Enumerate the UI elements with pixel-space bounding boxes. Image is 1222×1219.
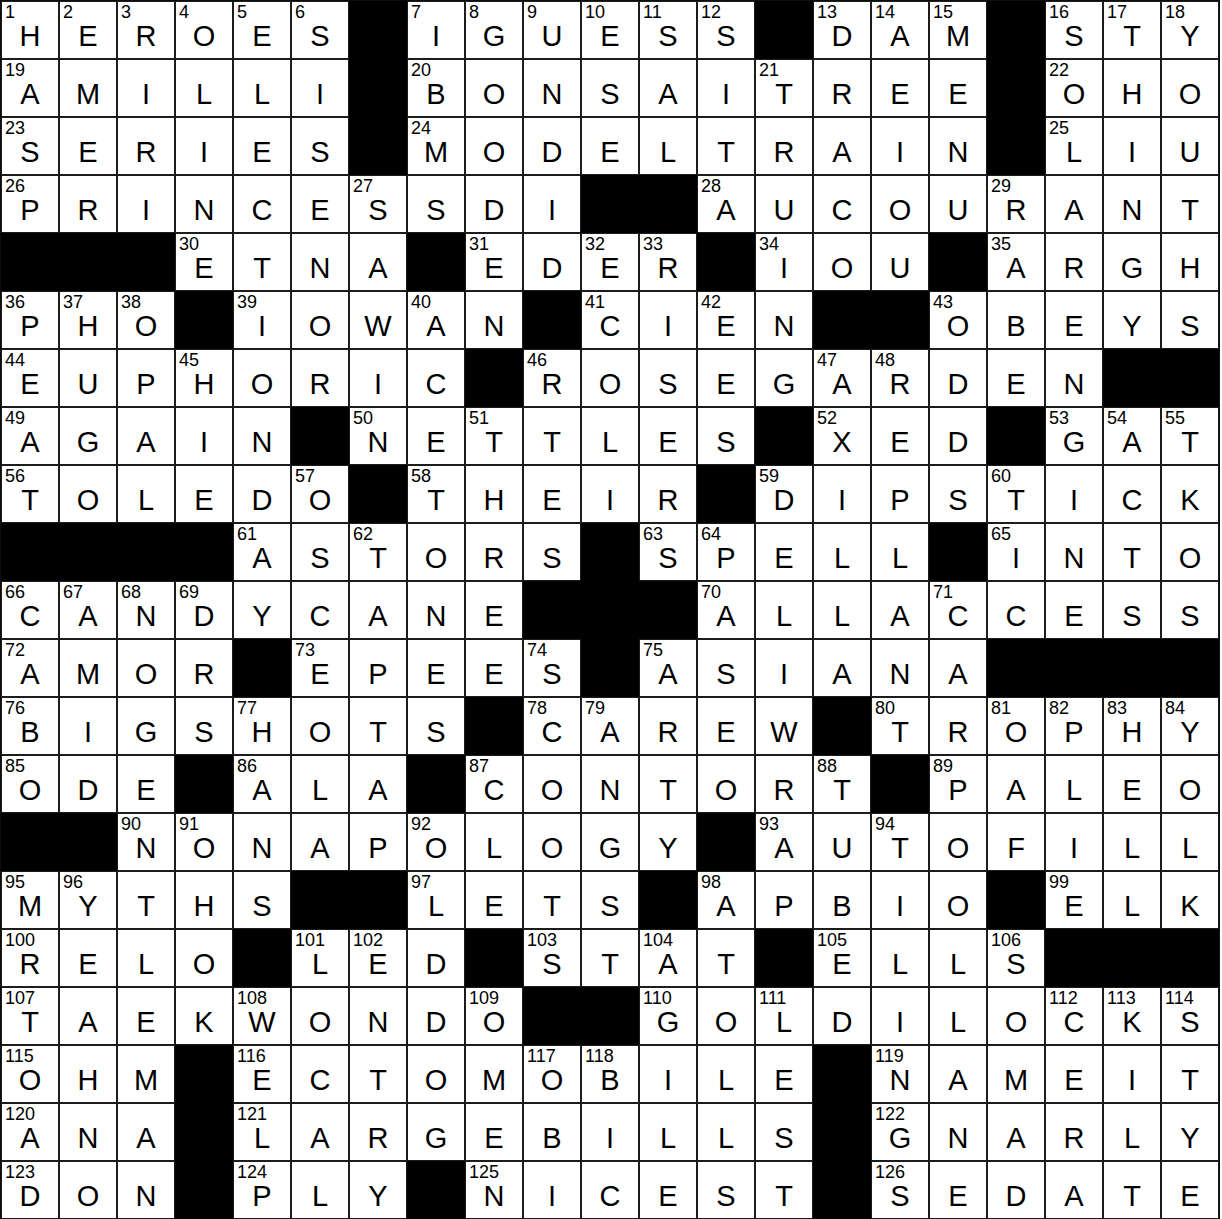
cell-r2c3[interactable]: I bbox=[117, 59, 175, 117]
cell-r16c1[interactable]: 95M bbox=[1, 871, 59, 929]
cell-r7c4[interactable]: 45H bbox=[175, 349, 233, 407]
cell-r21c7[interactable]: Y bbox=[349, 1161, 407, 1219]
cell-r18c15[interactable]: D bbox=[813, 987, 871, 1045]
cell-r13c21[interactable]: 84Y bbox=[1161, 697, 1219, 755]
cell-r4c18[interactable]: 29R bbox=[987, 175, 1045, 233]
cell-r5c10[interactable]: D bbox=[523, 233, 581, 291]
cell-r5c20[interactable]: G bbox=[1103, 233, 1161, 291]
cell-r4c8[interactable]: S bbox=[407, 175, 465, 233]
cell-r3c20[interactable]: I bbox=[1103, 117, 1161, 175]
cell-r6c9[interactable]: N bbox=[465, 291, 523, 349]
cell-r6c5[interactable]: 39I bbox=[233, 291, 291, 349]
cell-r10c6[interactable]: S bbox=[291, 523, 349, 581]
cell-r11c4[interactable]: 69D bbox=[175, 581, 233, 639]
cell-r12c1[interactable]: 72A bbox=[1, 639, 59, 697]
cell-r16c4[interactable]: H bbox=[175, 871, 233, 929]
cell-r4c3[interactable]: I bbox=[117, 175, 175, 233]
cell-r12c7[interactable]: P bbox=[349, 639, 407, 697]
cell-r20c13[interactable]: L bbox=[697, 1103, 755, 1161]
cell-r21c21[interactable]: E bbox=[1161, 1161, 1219, 1219]
cell-r5c14[interactable]: 34I bbox=[755, 233, 813, 291]
cell-r15c4[interactable]: 91O bbox=[175, 813, 233, 871]
cell-r8c2[interactable]: G bbox=[59, 407, 117, 465]
cell-r9c3[interactable]: L bbox=[117, 465, 175, 523]
cell-r15c17[interactable]: O bbox=[929, 813, 987, 871]
cell-r15c11[interactable]: G bbox=[581, 813, 639, 871]
cell-r11c6[interactable]: C bbox=[291, 581, 349, 639]
cell-r15c19[interactable]: I bbox=[1045, 813, 1103, 871]
cell-r4c1[interactable]: 26P bbox=[1, 175, 59, 233]
cell-r9c19[interactable]: I bbox=[1045, 465, 1103, 523]
cell-r10c16[interactable]: L bbox=[871, 523, 929, 581]
cell-r19c2[interactable]: H bbox=[59, 1045, 117, 1103]
cell-r15c6[interactable]: A bbox=[291, 813, 349, 871]
cell-r3c9[interactable]: O bbox=[465, 117, 523, 175]
cell-r8c12[interactable]: E bbox=[639, 407, 697, 465]
cell-r13c1[interactable]: 76B bbox=[1, 697, 59, 755]
cell-r9c1[interactable]: 56T bbox=[1, 465, 59, 523]
cell-r17c6[interactable]: 101L bbox=[291, 929, 349, 987]
cell-r16c17[interactable]: O bbox=[929, 871, 987, 929]
cell-r13c13[interactable]: E bbox=[697, 697, 755, 755]
cell-r10c9[interactable]: R bbox=[465, 523, 523, 581]
cell-r1c1[interactable]: 1H bbox=[1, 1, 59, 59]
cell-r5c19[interactable]: R bbox=[1045, 233, 1103, 291]
cell-r19c3[interactable]: M bbox=[117, 1045, 175, 1103]
cell-r20c20[interactable]: L bbox=[1103, 1103, 1161, 1161]
cell-r15c10[interactable]: O bbox=[523, 813, 581, 871]
cell-r4c2[interactable]: R bbox=[59, 175, 117, 233]
cell-r4c14[interactable]: U bbox=[755, 175, 813, 233]
cell-r2c11[interactable]: S bbox=[581, 59, 639, 117]
cell-r11c15[interactable]: L bbox=[813, 581, 871, 639]
cell-r8c10[interactable]: T bbox=[523, 407, 581, 465]
cell-r2c2[interactable]: M bbox=[59, 59, 117, 117]
cell-r8c21[interactable]: 55T bbox=[1161, 407, 1219, 465]
cell-r4c7[interactable]: 27S bbox=[349, 175, 407, 233]
cell-r2c20[interactable]: H bbox=[1103, 59, 1161, 117]
cell-r16c14[interactable]: P bbox=[755, 871, 813, 929]
cell-r14c17[interactable]: 89P bbox=[929, 755, 987, 813]
cell-r11c18[interactable]: C bbox=[987, 581, 1045, 639]
cell-r12c8[interactable]: E bbox=[407, 639, 465, 697]
cell-r11c3[interactable]: 68N bbox=[117, 581, 175, 639]
cell-r7c8[interactable]: C bbox=[407, 349, 465, 407]
cell-r20c14[interactable]: S bbox=[755, 1103, 813, 1161]
cell-r18c14[interactable]: 111L bbox=[755, 987, 813, 1045]
cell-r16c15[interactable]: B bbox=[813, 871, 871, 929]
cell-r2c21[interactable]: O bbox=[1161, 59, 1219, 117]
cell-r7c16[interactable]: 48R bbox=[871, 349, 929, 407]
cell-r20c7[interactable]: R bbox=[349, 1103, 407, 1161]
cell-r1c21[interactable]: 18Y bbox=[1161, 1, 1219, 59]
cell-r1c4[interactable]: 4O bbox=[175, 1, 233, 59]
cell-r5c11[interactable]: 32E bbox=[581, 233, 639, 291]
cell-r6c11[interactable]: 41C bbox=[581, 291, 639, 349]
cell-r5c4[interactable]: 30E bbox=[175, 233, 233, 291]
cell-r16c10[interactable]: T bbox=[523, 871, 581, 929]
cell-r8c3[interactable]: A bbox=[117, 407, 175, 465]
cell-r7c11[interactable]: O bbox=[581, 349, 639, 407]
cell-r17c11[interactable]: T bbox=[581, 929, 639, 987]
cell-r18c8[interactable]: D bbox=[407, 987, 465, 1045]
cell-r20c1[interactable]: 120A bbox=[1, 1103, 59, 1161]
cell-r7c18[interactable]: E bbox=[987, 349, 1045, 407]
cell-r6c2[interactable]: 37H bbox=[59, 291, 117, 349]
cell-r3c14[interactable]: R bbox=[755, 117, 813, 175]
cell-r3c10[interactable]: D bbox=[523, 117, 581, 175]
cell-r11c14[interactable]: L bbox=[755, 581, 813, 639]
cell-r8c11[interactable]: L bbox=[581, 407, 639, 465]
cell-r14c7[interactable]: A bbox=[349, 755, 407, 813]
cell-r12c15[interactable]: A bbox=[813, 639, 871, 697]
cell-r21c17[interactable]: E bbox=[929, 1161, 987, 1219]
cell-r16c5[interactable]: S bbox=[233, 871, 291, 929]
cell-r3c6[interactable]: S bbox=[291, 117, 349, 175]
cell-r6c7[interactable]: W bbox=[349, 291, 407, 349]
cell-r16c2[interactable]: 96Y bbox=[59, 871, 117, 929]
cell-r18c19[interactable]: 112C bbox=[1045, 987, 1103, 1045]
cell-r20c11[interactable]: I bbox=[581, 1103, 639, 1161]
cell-r15c20[interactable]: L bbox=[1103, 813, 1161, 871]
cell-r20c17[interactable]: N bbox=[929, 1103, 987, 1161]
cell-r9c18[interactable]: 60T bbox=[987, 465, 1045, 523]
cell-r8c20[interactable]: 54A bbox=[1103, 407, 1161, 465]
cell-r6c8[interactable]: 40A bbox=[407, 291, 465, 349]
cell-r19c1[interactable]: 115O bbox=[1, 1045, 59, 1103]
cell-r6c1[interactable]: 36P bbox=[1, 291, 59, 349]
cell-r1c6[interactable]: 6S bbox=[291, 1, 349, 59]
cell-r6c14[interactable]: N bbox=[755, 291, 813, 349]
cell-r13c14[interactable]: W bbox=[755, 697, 813, 755]
cell-r19c14[interactable]: E bbox=[755, 1045, 813, 1103]
cell-r19c12[interactable]: I bbox=[639, 1045, 697, 1103]
cell-r3c13[interactable]: T bbox=[697, 117, 755, 175]
cell-r7c17[interactable]: D bbox=[929, 349, 987, 407]
cell-r11c20[interactable]: S bbox=[1103, 581, 1161, 639]
cell-r10c5[interactable]: 61A bbox=[233, 523, 291, 581]
cell-r20c8[interactable]: G bbox=[407, 1103, 465, 1161]
cell-r19c10[interactable]: 117O bbox=[523, 1045, 581, 1103]
cell-r6c3[interactable]: 38O bbox=[117, 291, 175, 349]
cell-r8c4[interactable]: I bbox=[175, 407, 233, 465]
cell-r11c8[interactable]: N bbox=[407, 581, 465, 639]
cell-r1c15[interactable]: 13D bbox=[813, 1, 871, 59]
cell-r19c7[interactable]: T bbox=[349, 1045, 407, 1103]
cell-r3c17[interactable]: N bbox=[929, 117, 987, 175]
cell-r16c19[interactable]: 99E bbox=[1045, 871, 1103, 929]
cell-r14c11[interactable]: N bbox=[581, 755, 639, 813]
cell-r13c7[interactable]: T bbox=[349, 697, 407, 755]
cell-r10c12[interactable]: 63S bbox=[639, 523, 697, 581]
cell-r8c9[interactable]: 51T bbox=[465, 407, 523, 465]
cell-r21c20[interactable]: T bbox=[1103, 1161, 1161, 1219]
cell-r14c21[interactable]: O bbox=[1161, 755, 1219, 813]
cell-r19c19[interactable]: E bbox=[1045, 1045, 1103, 1103]
cell-r16c9[interactable]: E bbox=[465, 871, 523, 929]
cell-r9c5[interactable]: D bbox=[233, 465, 291, 523]
cell-r19c16[interactable]: 119N bbox=[871, 1045, 929, 1103]
cell-r18c21[interactable]: 114S bbox=[1161, 987, 1219, 1045]
cell-r1c20[interactable]: 17T bbox=[1103, 1, 1161, 59]
cell-r6c18[interactable]: B bbox=[987, 291, 1045, 349]
cell-r12c9[interactable]: E bbox=[465, 639, 523, 697]
cell-r15c12[interactable]: Y bbox=[639, 813, 697, 871]
cell-r18c18[interactable]: O bbox=[987, 987, 1045, 1045]
cell-r11c2[interactable]: 67A bbox=[59, 581, 117, 639]
cell-r2c14[interactable]: 21T bbox=[755, 59, 813, 117]
cell-r9c21[interactable]: K bbox=[1161, 465, 1219, 523]
cell-r15c9[interactable]: L bbox=[465, 813, 523, 871]
cell-r6c6[interactable]: O bbox=[291, 291, 349, 349]
cell-r11c9[interactable]: E bbox=[465, 581, 523, 639]
cell-r4c15[interactable]: C bbox=[813, 175, 871, 233]
cell-r17c3[interactable]: L bbox=[117, 929, 175, 987]
cell-r14c1[interactable]: 85O bbox=[1, 755, 59, 813]
cell-r18c13[interactable]: O bbox=[697, 987, 755, 1045]
cell-r1c11[interactable]: 10E bbox=[581, 1, 639, 59]
cell-r19c9[interactable]: M bbox=[465, 1045, 523, 1103]
cell-r2c1[interactable]: 19A bbox=[1, 59, 59, 117]
cell-r17c2[interactable]: E bbox=[59, 929, 117, 987]
cell-r11c16[interactable]: A bbox=[871, 581, 929, 639]
cell-r20c16[interactable]: 122G bbox=[871, 1103, 929, 1161]
cell-r19c17[interactable]: A bbox=[929, 1045, 987, 1103]
cell-r8c15[interactable]: 52X bbox=[813, 407, 871, 465]
cell-r3c15[interactable]: A bbox=[813, 117, 871, 175]
cell-r7c7[interactable]: I bbox=[349, 349, 407, 407]
cell-r15c7[interactable]: P bbox=[349, 813, 407, 871]
cell-r16c16[interactable]: I bbox=[871, 871, 929, 929]
cell-r12c12[interactable]: 75A bbox=[639, 639, 697, 697]
cell-r12c2[interactable]: M bbox=[59, 639, 117, 697]
cell-r15c8[interactable]: 92O bbox=[407, 813, 465, 871]
cell-r14c2[interactable]: D bbox=[59, 755, 117, 813]
cell-r21c6[interactable]: L bbox=[291, 1161, 349, 1219]
cell-r21c14[interactable]: T bbox=[755, 1161, 813, 1219]
cell-r2c15[interactable]: R bbox=[813, 59, 871, 117]
cell-r18c6[interactable]: O bbox=[291, 987, 349, 1045]
cell-r10c18[interactable]: 65I bbox=[987, 523, 1045, 581]
cell-r10c8[interactable]: O bbox=[407, 523, 465, 581]
cell-r11c1[interactable]: 66C bbox=[1, 581, 59, 639]
cell-r4c4[interactable]: N bbox=[175, 175, 233, 233]
cell-r13c10[interactable]: 78C bbox=[523, 697, 581, 755]
cell-r11c7[interactable]: A bbox=[349, 581, 407, 639]
cell-r14c12[interactable]: T bbox=[639, 755, 697, 813]
cell-r14c18[interactable]: A bbox=[987, 755, 1045, 813]
cell-r21c16[interactable]: 126S bbox=[871, 1161, 929, 1219]
cell-r6c20[interactable]: Y bbox=[1103, 291, 1161, 349]
cell-r14c9[interactable]: 87C bbox=[465, 755, 523, 813]
cell-r12c17[interactable]: A bbox=[929, 639, 987, 697]
cell-r13c6[interactable]: O bbox=[291, 697, 349, 755]
cell-r10c7[interactable]: 62T bbox=[349, 523, 407, 581]
cell-r8c19[interactable]: 53G bbox=[1045, 407, 1103, 465]
cell-r3c21[interactable]: U bbox=[1161, 117, 1219, 175]
cell-r18c16[interactable]: I bbox=[871, 987, 929, 1045]
cell-r6c17[interactable]: 43O bbox=[929, 291, 987, 349]
cell-r9c11[interactable]: I bbox=[581, 465, 639, 523]
cell-r21c3[interactable]: N bbox=[117, 1161, 175, 1219]
cell-r3c11[interactable]: E bbox=[581, 117, 639, 175]
cell-r4c19[interactable]: A bbox=[1045, 175, 1103, 233]
cell-r19c8[interactable]: O bbox=[407, 1045, 465, 1103]
cell-r10c13[interactable]: 64P bbox=[697, 523, 755, 581]
cell-r18c2[interactable]: A bbox=[59, 987, 117, 1045]
cell-r3c12[interactable]: L bbox=[639, 117, 697, 175]
cell-r12c13[interactable]: S bbox=[697, 639, 755, 697]
cell-r5c21[interactable]: H bbox=[1161, 233, 1219, 291]
cell-r13c5[interactable]: 77H bbox=[233, 697, 291, 755]
cell-r10c20[interactable]: T bbox=[1103, 523, 1161, 581]
cell-r4c9[interactable]: D bbox=[465, 175, 523, 233]
cell-r20c19[interactable]: R bbox=[1045, 1103, 1103, 1161]
cell-r9c2[interactable]: O bbox=[59, 465, 117, 523]
cell-r5c5[interactable]: T bbox=[233, 233, 291, 291]
cell-r2c17[interactable]: E bbox=[929, 59, 987, 117]
cell-r10c10[interactable]: S bbox=[523, 523, 581, 581]
cell-r8c1[interactable]: 49A bbox=[1, 407, 59, 465]
cell-r19c20[interactable]: I bbox=[1103, 1045, 1161, 1103]
cell-r16c20[interactable]: L bbox=[1103, 871, 1161, 929]
cell-r20c18[interactable]: A bbox=[987, 1103, 1045, 1161]
cell-r6c12[interactable]: I bbox=[639, 291, 697, 349]
cell-r14c6[interactable]: L bbox=[291, 755, 349, 813]
cell-r21c5[interactable]: 124P bbox=[233, 1161, 291, 1219]
cell-r10c21[interactable]: O bbox=[1161, 523, 1219, 581]
cell-r13c11[interactable]: 79A bbox=[581, 697, 639, 755]
cell-r16c3[interactable]: T bbox=[117, 871, 175, 929]
cell-r2c13[interactable]: I bbox=[697, 59, 755, 117]
cell-r19c13[interactable]: L bbox=[697, 1045, 755, 1103]
cell-r5c6[interactable]: N bbox=[291, 233, 349, 291]
cell-r20c10[interactable]: B bbox=[523, 1103, 581, 1161]
cell-r9c8[interactable]: 58T bbox=[407, 465, 465, 523]
cell-r1c5[interactable]: 5E bbox=[233, 1, 291, 59]
cell-r10c14[interactable]: E bbox=[755, 523, 813, 581]
cell-r18c17[interactable]: L bbox=[929, 987, 987, 1045]
cell-r8c7[interactable]: 50N bbox=[349, 407, 407, 465]
cell-r5c18[interactable]: 35A bbox=[987, 233, 1045, 291]
cell-r16c8[interactable]: 97L bbox=[407, 871, 465, 929]
cell-r8c16[interactable]: E bbox=[871, 407, 929, 465]
cell-r18c12[interactable]: 110G bbox=[639, 987, 697, 1045]
cell-r12c3[interactable]: O bbox=[117, 639, 175, 697]
cell-r15c16[interactable]: 94T bbox=[871, 813, 929, 871]
cell-r11c13[interactable]: 70A bbox=[697, 581, 755, 639]
cell-r16c13[interactable]: 98A bbox=[697, 871, 755, 929]
cell-r17c1[interactable]: 100R bbox=[1, 929, 59, 987]
cell-r14c3[interactable]: E bbox=[117, 755, 175, 813]
cell-r8c8[interactable]: E bbox=[407, 407, 465, 465]
cell-r9c17[interactable]: S bbox=[929, 465, 987, 523]
cell-r15c5[interactable]: N bbox=[233, 813, 291, 871]
cell-r7c5[interactable]: O bbox=[233, 349, 291, 407]
cell-r20c3[interactable]: A bbox=[117, 1103, 175, 1161]
cell-r18c1[interactable]: 107T bbox=[1, 987, 59, 1045]
cell-r1c8[interactable]: 7I bbox=[407, 1, 465, 59]
cell-r21c12[interactable]: E bbox=[639, 1161, 697, 1219]
cell-r1c17[interactable]: 15M bbox=[929, 1, 987, 59]
cell-r4c20[interactable]: N bbox=[1103, 175, 1161, 233]
cell-r20c21[interactable]: Y bbox=[1161, 1103, 1219, 1161]
cell-r3c2[interactable]: E bbox=[59, 117, 117, 175]
cell-r2c4[interactable]: L bbox=[175, 59, 233, 117]
cell-r4c16[interactable]: O bbox=[871, 175, 929, 233]
cell-r7c13[interactable]: E bbox=[697, 349, 755, 407]
cell-r21c10[interactable]: I bbox=[523, 1161, 581, 1219]
cell-r2c12[interactable]: A bbox=[639, 59, 697, 117]
cell-r20c12[interactable]: L bbox=[639, 1103, 697, 1161]
cell-r17c10[interactable]: 103S bbox=[523, 929, 581, 987]
cell-r17c18[interactable]: 106S bbox=[987, 929, 1045, 987]
cell-r11c17[interactable]: 71C bbox=[929, 581, 987, 639]
cell-r21c19[interactable]: A bbox=[1045, 1161, 1103, 1219]
cell-r14c13[interactable]: O bbox=[697, 755, 755, 813]
cell-r13c19[interactable]: 82P bbox=[1045, 697, 1103, 755]
cell-r4c21[interactable]: T bbox=[1161, 175, 1219, 233]
cell-r15c3[interactable]: 90N bbox=[117, 813, 175, 871]
cell-r7c15[interactable]: 47A bbox=[813, 349, 871, 407]
cell-r20c6[interactable]: A bbox=[291, 1103, 349, 1161]
cell-r1c3[interactable]: 3R bbox=[117, 1, 175, 59]
cell-r13c8[interactable]: S bbox=[407, 697, 465, 755]
cell-r2c8[interactable]: 20B bbox=[407, 59, 465, 117]
cell-r4c5[interactable]: C bbox=[233, 175, 291, 233]
cell-r9c20[interactable]: C bbox=[1103, 465, 1161, 523]
cell-r2c10[interactable]: N bbox=[523, 59, 581, 117]
cell-r7c2[interactable]: U bbox=[59, 349, 117, 407]
cell-r21c2[interactable]: O bbox=[59, 1161, 117, 1219]
cell-r17c15[interactable]: 105E bbox=[813, 929, 871, 987]
cell-r7c19[interactable]: N bbox=[1045, 349, 1103, 407]
cell-r3c16[interactable]: I bbox=[871, 117, 929, 175]
cell-r13c16[interactable]: 80T bbox=[871, 697, 929, 755]
cell-r18c4[interactable]: K bbox=[175, 987, 233, 1045]
cell-r5c15[interactable]: O bbox=[813, 233, 871, 291]
cell-r7c12[interactable]: S bbox=[639, 349, 697, 407]
cell-r18c20[interactable]: 113K bbox=[1103, 987, 1161, 1045]
cell-r8c5[interactable]: N bbox=[233, 407, 291, 465]
cell-r18c3[interactable]: E bbox=[117, 987, 175, 1045]
cell-r1c9[interactable]: 8G bbox=[465, 1, 523, 59]
cell-r6c19[interactable]: E bbox=[1045, 291, 1103, 349]
cell-r18c9[interactable]: 109O bbox=[465, 987, 523, 1045]
cell-r9c10[interactable]: E bbox=[523, 465, 581, 523]
cell-r5c9[interactable]: 31E bbox=[465, 233, 523, 291]
cell-r4c10[interactable]: I bbox=[523, 175, 581, 233]
cell-r14c15[interactable]: 88T bbox=[813, 755, 871, 813]
cell-r14c20[interactable]: E bbox=[1103, 755, 1161, 813]
cell-r18c7[interactable]: N bbox=[349, 987, 407, 1045]
cell-r1c12[interactable]: 11S bbox=[639, 1, 697, 59]
cell-r14c10[interactable]: O bbox=[523, 755, 581, 813]
cell-r9c4[interactable]: E bbox=[175, 465, 233, 523]
cell-r19c18[interactable]: M bbox=[987, 1045, 1045, 1103]
cell-r11c21[interactable]: S bbox=[1161, 581, 1219, 639]
cell-r8c17[interactable]: D bbox=[929, 407, 987, 465]
cell-r21c11[interactable]: C bbox=[581, 1161, 639, 1219]
cell-r7c6[interactable]: R bbox=[291, 349, 349, 407]
cell-r3c8[interactable]: 24M bbox=[407, 117, 465, 175]
cell-r12c10[interactable]: 74S bbox=[523, 639, 581, 697]
cell-r14c19[interactable]: L bbox=[1045, 755, 1103, 813]
cell-r1c2[interactable]: 2E bbox=[59, 1, 117, 59]
cell-r15c15[interactable]: U bbox=[813, 813, 871, 871]
cell-r13c18[interactable]: 81O bbox=[987, 697, 1045, 755]
cell-r17c12[interactable]: 104A bbox=[639, 929, 697, 987]
